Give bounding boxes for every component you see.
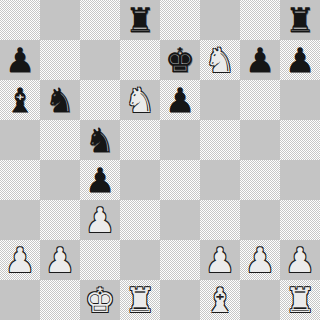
square-d5[interactable] xyxy=(120,120,160,160)
square-e3[interactable] xyxy=(160,200,200,240)
square-h8[interactable]: ♜ xyxy=(280,0,320,40)
square-h1[interactable]: ♜ xyxy=(280,280,320,320)
square-a5[interactable] xyxy=(0,120,40,160)
square-b4[interactable] xyxy=(40,160,80,200)
square-b3[interactable] xyxy=(40,200,80,240)
piece-white-knight[interactable]: ♞ xyxy=(125,80,155,120)
square-f2[interactable]: ♟ xyxy=(200,240,240,280)
piece-white-pawn[interactable]: ♟ xyxy=(85,200,115,240)
square-a7[interactable]: ♟ xyxy=(0,40,40,80)
square-g2[interactable]: ♟ xyxy=(240,240,280,280)
square-e7[interactable]: ♚ xyxy=(160,40,200,80)
square-h6[interactable] xyxy=(280,80,320,120)
piece-white-pawn[interactable]: ♟ xyxy=(205,240,235,280)
square-c6[interactable] xyxy=(80,80,120,120)
square-a4[interactable] xyxy=(0,160,40,200)
piece-black-pawn[interactable]: ♟ xyxy=(85,160,115,200)
square-b2[interactable]: ♟ xyxy=(40,240,80,280)
square-f5[interactable] xyxy=(200,120,240,160)
square-c8[interactable] xyxy=(80,0,120,40)
square-b7[interactable] xyxy=(40,40,80,80)
piece-black-knight[interactable]: ♞ xyxy=(85,120,115,160)
piece-black-rook[interactable]: ♜ xyxy=(285,0,315,40)
square-f3[interactable] xyxy=(200,200,240,240)
square-e5[interactable] xyxy=(160,120,200,160)
square-h4[interactable] xyxy=(280,160,320,200)
square-b6[interactable]: ♞ xyxy=(40,80,80,120)
piece-black-rook[interactable]: ♜ xyxy=(125,0,155,40)
square-c4[interactable]: ♟ xyxy=(80,160,120,200)
piece-black-king[interactable]: ♚ xyxy=(165,40,195,80)
piece-black-pawn[interactable]: ♟ xyxy=(245,40,275,80)
square-c5[interactable]: ♞ xyxy=(80,120,120,160)
square-d1[interactable]: ♜ xyxy=(120,280,160,320)
piece-white-knight[interactable]: ♞ xyxy=(205,40,235,80)
square-g3[interactable] xyxy=(240,200,280,240)
square-d4[interactable] xyxy=(120,160,160,200)
square-g5[interactable] xyxy=(240,120,280,160)
square-a8[interactable] xyxy=(0,0,40,40)
square-f4[interactable] xyxy=(200,160,240,200)
piece-white-pawn[interactable]: ♟ xyxy=(245,240,275,280)
piece-black-bishop[interactable]: ♝ xyxy=(5,80,35,120)
square-f6[interactable] xyxy=(200,80,240,120)
piece-black-knight[interactable]: ♞ xyxy=(45,80,75,120)
square-c3[interactable]: ♟ xyxy=(80,200,120,240)
square-e4[interactable] xyxy=(160,160,200,200)
square-e1[interactable] xyxy=(160,280,200,320)
square-a2[interactable]: ♟ xyxy=(0,240,40,280)
square-b5[interactable] xyxy=(40,120,80,160)
piece-white-pawn[interactable]: ♟ xyxy=(45,240,75,280)
piece-black-pawn[interactable]: ♟ xyxy=(5,40,35,80)
piece-black-pawn[interactable]: ♟ xyxy=(285,40,315,80)
square-h2[interactable]: ♟ xyxy=(280,240,320,280)
square-f1[interactable]: ♝ xyxy=(200,280,240,320)
square-g4[interactable] xyxy=(240,160,280,200)
square-h5[interactable] xyxy=(280,120,320,160)
square-a1[interactable] xyxy=(0,280,40,320)
square-g6[interactable] xyxy=(240,80,280,120)
square-e2[interactable] xyxy=(160,240,200,280)
square-c2[interactable] xyxy=(80,240,120,280)
square-h3[interactable] xyxy=(280,200,320,240)
piece-white-pawn[interactable]: ♟ xyxy=(285,240,315,280)
square-d2[interactable] xyxy=(120,240,160,280)
square-d6[interactable]: ♞ xyxy=(120,80,160,120)
square-f7[interactable]: ♞ xyxy=(200,40,240,80)
square-c1[interactable]: ♚ xyxy=(80,280,120,320)
square-h7[interactable]: ♟ xyxy=(280,40,320,80)
piece-white-rook[interactable]: ♜ xyxy=(285,280,315,320)
square-g7[interactable]: ♟ xyxy=(240,40,280,80)
piece-white-pawn[interactable]: ♟ xyxy=(5,240,35,280)
piece-white-rook[interactable]: ♜ xyxy=(125,280,155,320)
square-b1[interactable] xyxy=(40,280,80,320)
square-e8[interactable] xyxy=(160,0,200,40)
square-g8[interactable] xyxy=(240,0,280,40)
square-e6[interactable]: ♟ xyxy=(160,80,200,120)
square-d7[interactable] xyxy=(120,40,160,80)
chess-board: ♜♜♟♚♞♟♟♝♞♞♟♞♟♟♟♟♟♟♟♚♜♝♜ xyxy=(0,0,320,320)
piece-white-bishop[interactable]: ♝ xyxy=(205,280,235,320)
square-b8[interactable] xyxy=(40,0,80,40)
square-a6[interactable]: ♝ xyxy=(0,80,40,120)
square-a3[interactable] xyxy=(0,200,40,240)
square-d8[interactable]: ♜ xyxy=(120,0,160,40)
piece-black-pawn[interactable]: ♟ xyxy=(165,80,195,120)
piece-white-king[interactable]: ♚ xyxy=(85,280,115,320)
square-d3[interactable] xyxy=(120,200,160,240)
square-g1[interactable] xyxy=(240,280,280,320)
square-f8[interactable] xyxy=(200,0,240,40)
square-c7[interactable] xyxy=(80,40,120,80)
